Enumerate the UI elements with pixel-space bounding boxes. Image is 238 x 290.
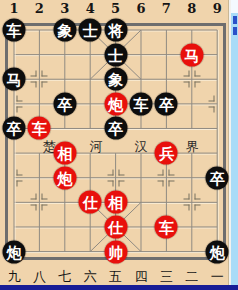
point-marker xyxy=(6,95,23,112)
point-marker xyxy=(107,169,124,186)
river-char: 界 xyxy=(186,140,199,153)
river-char: 汉 xyxy=(135,140,148,153)
point-marker xyxy=(183,71,200,88)
river-char: 河 xyxy=(90,140,103,153)
xiangqi-app-window: 123456789 九八七六五四三二一 楚河汉界 车象士将士马马象卒炮车卒卒车卒… xyxy=(0,0,238,290)
scrollbar-thumb[interactable] xyxy=(233,16,237,37)
piece-black-elephant[interactable]: 象 xyxy=(104,68,127,91)
rank-label-bottom: 八 xyxy=(33,270,46,284)
piece-black-cannon[interactable]: 炮 xyxy=(206,240,229,263)
file-label-top: 5 xyxy=(111,2,120,16)
point-marker xyxy=(209,95,226,112)
piece-red-chariot[interactable]: 车 xyxy=(155,215,178,238)
window-edge-bar xyxy=(0,285,238,290)
file-label-top: 3 xyxy=(60,2,69,16)
piece-black-cannon[interactable]: 炮 xyxy=(3,240,26,263)
piece-black-chariot[interactable]: 车 xyxy=(3,19,26,42)
file-label-top: 7 xyxy=(162,2,171,16)
piece-black-chariot[interactable]: 车 xyxy=(130,92,153,115)
rank-label-bottom: 一 xyxy=(211,270,224,284)
piece-black-advisor[interactable]: 士 xyxy=(104,43,127,66)
piece-red-general[interactable]: 帅 xyxy=(104,240,127,263)
rank-label-bottom: 六 xyxy=(84,270,97,284)
piece-red-cannon[interactable]: 炮 xyxy=(53,166,76,189)
piece-black-soldier[interactable]: 卒 xyxy=(3,117,26,140)
piece-black-horse[interactable]: 马 xyxy=(3,68,26,91)
scrollbar[interactable] xyxy=(231,0,238,285)
file-label-top: 8 xyxy=(187,2,196,16)
piece-red-advisor[interactable]: 仕 xyxy=(104,215,127,238)
file-label-top: 4 xyxy=(86,2,95,16)
piece-black-advisor[interactable]: 士 xyxy=(79,19,102,42)
piece-black-general[interactable]: 将 xyxy=(104,19,127,42)
file-label-top: 9 xyxy=(213,2,222,16)
piece-black-soldier[interactable]: 卒 xyxy=(206,166,229,189)
rank-label-bottom: 二 xyxy=(185,270,198,284)
piece-black-soldier[interactable]: 卒 xyxy=(104,117,127,140)
point-marker xyxy=(183,194,200,211)
rank-label-bottom: 五 xyxy=(109,270,122,284)
scrollbar-button[interactable] xyxy=(231,0,238,13)
piece-red-horse[interactable]: 马 xyxy=(180,43,203,66)
rank-label-bottom: 三 xyxy=(160,270,173,284)
point-marker xyxy=(31,71,48,88)
rank-label-bottom: 四 xyxy=(135,270,148,284)
file-label-top: 6 xyxy=(136,2,145,16)
piece-red-advisor[interactable]: 仕 xyxy=(79,191,102,214)
point-marker xyxy=(6,169,23,186)
file-label-top: 2 xyxy=(35,2,44,16)
file-label-top: 1 xyxy=(9,2,18,16)
piece-red-cannon[interactable]: 炮 xyxy=(104,92,127,115)
rank-label-bottom: 七 xyxy=(58,270,71,284)
piece-red-elephant[interactable]: 相 xyxy=(104,191,127,214)
piece-red-soldier[interactable]: 兵 xyxy=(155,142,178,165)
rank-label-bottom: 九 xyxy=(8,270,21,284)
piece-red-chariot[interactable]: 车 xyxy=(28,117,51,140)
piece-red-elephant[interactable]: 相 xyxy=(53,142,76,165)
point-marker xyxy=(158,169,175,186)
point-marker xyxy=(31,194,48,211)
piece-black-soldier[interactable]: 卒 xyxy=(53,92,76,115)
piece-black-soldier[interactable]: 卒 xyxy=(155,92,178,115)
piece-black-elephant[interactable]: 象 xyxy=(53,19,76,42)
